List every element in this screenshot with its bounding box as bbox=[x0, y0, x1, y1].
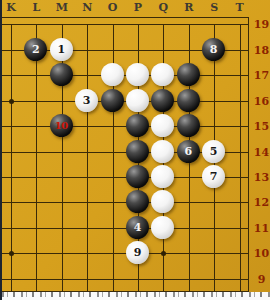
column-label-K: K bbox=[1, 1, 21, 14]
stone-white-Q11[interactable] bbox=[151, 216, 174, 239]
row-label-12: 12 bbox=[249, 196, 271, 209]
stone-black-R14[interactable]: 6 bbox=[177, 140, 200, 163]
row-label-11: 11 bbox=[249, 222, 271, 235]
go-board[interactable]: KLMNOPQRST191817161514131211109218310657… bbox=[0, 0, 270, 292]
column-label-Q: Q bbox=[153, 1, 173, 14]
grid-line-row-10 bbox=[2, 253, 248, 254]
stone-black-O16[interactable] bbox=[101, 89, 124, 112]
stone-black-P11[interactable]: 4 bbox=[126, 216, 149, 239]
star-point-K16 bbox=[9, 99, 14, 104]
stone-black-R15[interactable] bbox=[177, 114, 200, 137]
row-label-10: 10 bbox=[249, 247, 271, 260]
column-label-L: L bbox=[26, 1, 46, 14]
row-label-15: 15 bbox=[249, 120, 271, 133]
stone-black-R17[interactable] bbox=[177, 63, 200, 86]
row-label-14: 14 bbox=[249, 146, 271, 159]
stone-black-L18[interactable]: 2 bbox=[24, 38, 47, 61]
star-point-K10 bbox=[9, 251, 14, 256]
move-number-6: 6 bbox=[184, 146, 192, 157]
move-number-5: 5 bbox=[210, 146, 218, 157]
column-label-N: N bbox=[77, 1, 97, 14]
stone-white-P16[interactable] bbox=[126, 89, 149, 112]
grid-line-col-N bbox=[87, 24, 88, 291]
stone-black-Q16[interactable] bbox=[151, 89, 174, 112]
grid-line-row-9 bbox=[2, 279, 248, 280]
stone-black-P14[interactable] bbox=[126, 140, 149, 163]
grid-line-row-17 bbox=[2, 75, 248, 76]
stone-white-P17[interactable] bbox=[126, 63, 149, 86]
stone-black-M17[interactable] bbox=[50, 63, 73, 86]
move-number-9: 9 bbox=[134, 247, 142, 258]
move-number-10: 10 bbox=[55, 121, 68, 131]
stone-black-P15[interactable] bbox=[126, 114, 149, 137]
move-number-1: 1 bbox=[57, 44, 65, 55]
stone-white-Q17[interactable] bbox=[151, 63, 174, 86]
stone-black-P13[interactable] bbox=[126, 165, 149, 188]
grid-line-col-L bbox=[36, 24, 37, 291]
stone-white-Q13[interactable] bbox=[151, 165, 174, 188]
move-number-2: 2 bbox=[32, 44, 40, 55]
grid-line-row-11 bbox=[2, 228, 248, 229]
board-frame-top bbox=[2, 17, 249, 18]
stone-white-S13[interactable]: 7 bbox=[202, 165, 225, 188]
star-point-Q10 bbox=[161, 251, 166, 256]
grid-line-row-16 bbox=[2, 101, 248, 102]
column-label-O: O bbox=[103, 1, 123, 14]
stone-black-P12[interactable] bbox=[126, 190, 149, 213]
grid-line-col-T bbox=[240, 24, 241, 291]
cropped-ui-strip bbox=[0, 292, 270, 300]
row-label-18: 18 bbox=[249, 44, 271, 57]
stone-black-R16[interactable] bbox=[177, 89, 200, 112]
column-label-T: T bbox=[230, 1, 250, 14]
stone-black-S18[interactable]: 8 bbox=[202, 38, 225, 61]
stone-white-Q15[interactable] bbox=[151, 114, 174, 137]
move-number-7: 7 bbox=[210, 171, 218, 182]
stone-white-M18[interactable]: 1 bbox=[50, 38, 73, 61]
column-label-M: M bbox=[52, 1, 72, 14]
move-number-8: 8 bbox=[210, 44, 218, 55]
row-label-19: 19 bbox=[249, 18, 271, 31]
go-app-capture: KLMNOPQRST191817161514131211109218310657… bbox=[0, 0, 270, 300]
column-label-S: S bbox=[204, 1, 224, 14]
stone-white-P10[interactable]: 9 bbox=[126, 241, 149, 264]
stone-white-Q12[interactable] bbox=[151, 190, 174, 213]
row-label-17: 17 bbox=[249, 69, 271, 82]
grid-line-row-19 bbox=[2, 24, 248, 25]
cropped-text-glyphs bbox=[2, 292, 270, 297]
stone-black-M15[interactable]: 10 bbox=[50, 114, 73, 137]
move-number-3: 3 bbox=[83, 95, 91, 106]
stone-white-Q14[interactable] bbox=[151, 140, 174, 163]
stone-white-N16[interactable]: 3 bbox=[75, 89, 98, 112]
stone-white-S14[interactable]: 5 bbox=[202, 140, 225, 163]
grid-line-row-12 bbox=[2, 202, 248, 203]
move-number-4: 4 bbox=[134, 222, 142, 233]
row-label-9: 9 bbox=[249, 273, 271, 286]
grid-line-row-15 bbox=[2, 126, 248, 127]
row-label-16: 16 bbox=[249, 95, 271, 108]
row-label-13: 13 bbox=[249, 171, 271, 184]
stone-white-O17[interactable] bbox=[101, 63, 124, 86]
column-label-P: P bbox=[128, 1, 148, 14]
column-label-R: R bbox=[179, 1, 199, 14]
